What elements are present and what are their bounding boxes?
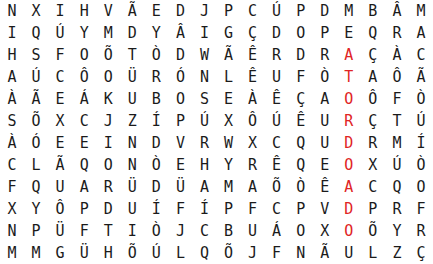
grid-cell-r10c4[interactable]: P [72, 198, 96, 220]
grid-cell-highlighted-r10c15[interactable]: D [337, 198, 361, 220]
grid-cell-r11c1[interactable]: N [0, 220, 24, 242]
grid-cell-r5c5[interactable]: K [96, 88, 120, 110]
grid-cell-r6c13[interactable]: Ê [289, 110, 313, 132]
grid-cell-r10c6[interactable]: U [120, 198, 144, 220]
grid-cell-r5c12[interactable]: Ê [265, 88, 289, 110]
grid-cell-r1c11[interactable]: C [241, 0, 265, 22]
grid-cell-r5c18[interactable]: Ò [409, 88, 433, 110]
grid-cell-r2c18[interactable]: A [409, 22, 433, 44]
grid-cell-r9c18[interactable]: O [409, 176, 433, 198]
grid-cell-r11c7[interactable]: Ò [144, 220, 168, 242]
grid-cell-r8c8[interactable]: E [168, 154, 192, 176]
grid-cell-r8c4[interactable]: Q [72, 154, 96, 176]
grid-cell-r6c16[interactable]: Ç [361, 110, 385, 132]
grid-cell-r8c3[interactable]: Ã [48, 154, 72, 176]
grid-cell-r11c8[interactable]: J [168, 220, 192, 242]
grid-cell-r11c5[interactable]: T [96, 220, 120, 242]
grid-cell-r8c6[interactable]: N [120, 154, 144, 176]
grid-cell-r6c14[interactable]: U [313, 110, 337, 132]
grid-cell-r7c16[interactable]: R [361, 132, 385, 154]
grid-cell-r7c10[interactable]: W [216, 132, 240, 154]
grid-cell-r8c14[interactable]: E [313, 154, 337, 176]
grid-cell-r8c7[interactable]: Ò [144, 154, 168, 176]
grid-cell-r2c14[interactable]: P [313, 22, 337, 44]
grid-cell-r12c9[interactable]: Q [192, 242, 216, 264]
grid-cell-r9c7[interactable]: D [144, 176, 168, 198]
grid-cell-r8c17[interactable]: Ú [385, 154, 409, 176]
grid-cell-r2c8[interactable]: Â [168, 22, 192, 44]
grid-cell-r12c13[interactable]: N [289, 242, 313, 264]
grid-cell-r5c7[interactable]: B [144, 88, 168, 110]
grid-cell-r12c8[interactable]: L [168, 242, 192, 264]
grid-cell-r4c8[interactable]: Ó [168, 66, 192, 88]
grid-cell-r1c7[interactable]: E [144, 0, 168, 22]
grid-cell-r7c2[interactable]: Ó [24, 132, 48, 154]
grid-cell-r7c3[interactable]: E [48, 132, 72, 154]
grid-cell-r8c16[interactable]: X [361, 154, 385, 176]
grid-cell-r1c17[interactable]: Â [385, 0, 409, 22]
grid-cell-r1c6[interactable]: Ã [120, 0, 144, 22]
grid-cell-r4c17[interactable]: Ô [385, 66, 409, 88]
grid-cell-r11c10[interactable]: B [216, 220, 240, 242]
grid-cell-r7c6[interactable]: N [120, 132, 144, 154]
grid-cell-r12c14[interactable]: Ã [313, 242, 337, 264]
grid-cell-r9c16[interactable]: C [361, 176, 385, 198]
grid-cell-r2c5[interactable]: M [96, 22, 120, 44]
grid-cell-r4c13[interactable]: F [289, 66, 313, 88]
grid-cell-r1c2[interactable]: X [24, 0, 48, 22]
grid-cell-r3c2[interactable]: S [24, 44, 48, 66]
grid-cell-r9c9[interactable]: A [192, 176, 216, 198]
grid-cell-r1c15[interactable]: M [337, 0, 361, 22]
grid-cell-r8c5[interactable]: O [96, 154, 120, 176]
grid-cell-r11c2[interactable]: P [24, 220, 48, 242]
grid-cell-r3c17[interactable]: À [385, 44, 409, 66]
grid-cell-highlighted-r7c15[interactable]: D [337, 132, 361, 154]
grid-cell-r10c9[interactable]: Í [192, 198, 216, 220]
grid-cell-r3c12[interactable]: R [265, 44, 289, 66]
word-search-grid: NXIHVÃEDJPCÚPDMBÂMIQÚYMDYÂIGÇDOPEQRAHSFO… [0, 0, 433, 264]
grid-cell-r3c3[interactable]: F [48, 44, 72, 66]
grid-cell-r9c5[interactable]: R [96, 176, 120, 198]
grid-cell-r1c8[interactable]: D [168, 0, 192, 22]
grid-cell-r8c10[interactable]: Y [216, 154, 240, 176]
grid-cell-r11c11[interactable]: U [241, 220, 265, 242]
grid-cell-r10c3[interactable]: Ô [48, 198, 72, 220]
grid-cell-r12c4[interactable]: Ü [72, 242, 96, 264]
grid-cell-r6c5[interactable]: J [96, 110, 120, 132]
grid-cell-r4c3[interactable]: C [48, 66, 72, 88]
grid-cell-r4c16[interactable]: A [361, 66, 385, 88]
grid-cell-highlighted-r3c15[interactable]: A [337, 44, 361, 66]
grid-cell-r5c17[interactable]: F [385, 88, 409, 110]
grid-cell-r11c18[interactable]: R [409, 220, 433, 242]
grid-cell-r10c7[interactable]: Í [144, 198, 168, 220]
grid-cell-r6c9[interactable]: Ú [192, 110, 216, 132]
grid-cell-r1c13[interactable]: P [289, 0, 313, 22]
grid-cell-r2c7[interactable]: Y [144, 22, 168, 44]
grid-cell-r7c11[interactable]: X [241, 132, 265, 154]
grid-cell-r9c13[interactable]: Ò [289, 176, 313, 198]
grid-cell-r4c9[interactable]: N [192, 66, 216, 88]
grid-cell-r6c6[interactable]: Z [120, 110, 144, 132]
grid-cell-r1c3[interactable]: I [48, 0, 72, 22]
grid-cell-r8c18[interactable]: Ò [409, 154, 433, 176]
grid-cell-r2c3[interactable]: Ú [48, 22, 72, 44]
grid-cell-r5c4[interactable]: Á [72, 88, 96, 110]
grid-cell-highlighted-r8c15[interactable]: O [337, 154, 361, 176]
grid-cell-r10c1[interactable]: X [0, 198, 24, 220]
grid-cell-r7c8[interactable]: V [168, 132, 192, 154]
grid-cell-r3c8[interactable]: D [168, 44, 192, 66]
grid-cell-r12c1[interactable]: M [0, 242, 24, 264]
grid-cell-r11c3[interactable]: Ü [48, 220, 72, 242]
grid-cell-r2c16[interactable]: Q [361, 22, 385, 44]
grid-cell-r9c11[interactable]: A [241, 176, 265, 198]
grid-cell-r7c18[interactable]: Í [409, 132, 433, 154]
grid-cell-highlighted-r6c15[interactable]: R [337, 110, 361, 132]
grid-cell-r4c5[interactable]: O [96, 66, 120, 88]
grid-cell-r5c9[interactable]: S [192, 88, 216, 110]
grid-cell-r7c13[interactable]: Q [289, 132, 313, 154]
grid-cell-r11c16[interactable]: Õ [361, 220, 385, 242]
grid-cell-r6c4[interactable]: C [72, 110, 96, 132]
grid-cell-r6c2[interactable]: Õ [24, 110, 48, 132]
grid-cell-r11c12[interactable]: Á [265, 220, 289, 242]
grid-cell-r6c8[interactable]: P [168, 110, 192, 132]
grid-cell-r1c9[interactable]: J [192, 0, 216, 22]
grid-cell-r5c11[interactable]: À [241, 88, 265, 110]
grid-cell-r2c12[interactable]: D [265, 22, 289, 44]
grid-cell-r10c2[interactable]: Y [24, 198, 48, 220]
grid-cell-r6c3[interactable]: X [48, 110, 72, 132]
grid-cell-r6c1[interactable]: S [0, 110, 24, 132]
grid-cell-r7c4[interactable]: E [72, 132, 96, 154]
grid-cell-r3c5[interactable]: Õ [96, 44, 120, 66]
grid-cell-r5c16[interactable]: Ô [361, 88, 385, 110]
grid-cell-r3c18[interactable]: C [409, 44, 433, 66]
grid-cell-r10c8[interactable]: F [168, 198, 192, 220]
grid-cell-r1c14[interactable]: D [313, 0, 337, 22]
grid-cell-r2c9[interactable]: I [192, 22, 216, 44]
grid-cell-r11c14[interactable]: X [313, 220, 337, 242]
grid-cell-r1c10[interactable]: P [216, 0, 240, 22]
grid-cell-r4c12[interactable]: U [265, 66, 289, 88]
grid-cell-r5c8[interactable]: O [168, 88, 192, 110]
grid-cell-r8c11[interactable]: R [241, 154, 265, 176]
grid-cell-r4c4[interactable]: Ô [72, 66, 96, 88]
grid-cell-r9c2[interactable]: Q [24, 176, 48, 198]
grid-cell-r9c8[interactable]: Ü [168, 176, 192, 198]
grid-cell-r10c17[interactable]: R [385, 198, 409, 220]
grid-cell-r10c13[interactable]: P [289, 198, 313, 220]
grid-cell-r5c13[interactable]: Ç [289, 88, 313, 110]
grid-cell-r12c12[interactable]: F [265, 242, 289, 264]
grid-cell-r5c2[interactable]: Ã [24, 88, 48, 110]
grid-cell-r10c18[interactable]: F [409, 198, 433, 220]
grid-cell-r10c10[interactable]: P [216, 198, 240, 220]
grid-cell-r3c1[interactable]: H [0, 44, 24, 66]
grid-cell-r7c5[interactable]: I [96, 132, 120, 154]
grid-cell-r9c6[interactable]: Ü [120, 176, 144, 198]
grid-cell-r1c4[interactable]: H [72, 0, 96, 22]
grid-cell-r10c16[interactable]: P [361, 198, 385, 220]
grid-cell-highlighted-r4c15[interactable]: T [337, 66, 361, 88]
grid-cell-r12c7[interactable]: Ú [144, 242, 168, 264]
grid-cell-r10c14[interactable]: V [313, 198, 337, 220]
grid-cell-r3c16[interactable]: Ç [361, 44, 385, 66]
grid-cell-r7c14[interactable]: U [313, 132, 337, 154]
grid-cell-r11c9[interactable]: C [192, 220, 216, 242]
grid-cell-r8c2[interactable]: L [24, 154, 48, 176]
grid-cell-r3c7[interactable]: Ò [144, 44, 168, 66]
grid-cell-r6c10[interactable]: X [216, 110, 240, 132]
grid-cell-r8c9[interactable]: H [192, 154, 216, 176]
grid-cell-r7c17[interactable]: M [385, 132, 409, 154]
grid-cell-highlighted-r5c15[interactable]: O [337, 88, 361, 110]
grid-cell-r10c12[interactable]: C [265, 198, 289, 220]
grid-cell-r12c18[interactable]: Ç [409, 242, 433, 264]
grid-cell-r11c6[interactable]: I [120, 220, 144, 242]
grid-cell-r1c5[interactable]: V [96, 0, 120, 22]
grid-cell-r5c10[interactable]: E [216, 88, 240, 110]
grid-cell-r3c10[interactable]: Ã [216, 44, 240, 66]
grid-cell-r6c12[interactable]: Ú [265, 110, 289, 132]
grid-cell-r5c1[interactable]: À [0, 88, 24, 110]
grid-cell-r6c7[interactable]: Í [144, 110, 168, 132]
grid-cell-r8c13[interactable]: Q [289, 154, 313, 176]
grid-cell-r5c3[interactable]: E [48, 88, 72, 110]
grid-cell-r7c12[interactable]: C [265, 132, 289, 154]
grid-cell-r1c1[interactable]: N [0, 0, 24, 22]
grid-cell-r2c6[interactable]: D [120, 22, 144, 44]
grid-cell-r12c2[interactable]: M [24, 242, 48, 264]
grid-cell-r3c14[interactable]: R [313, 44, 337, 66]
grid-cell-r9c3[interactable]: U [48, 176, 72, 198]
grid-cell-r1c16[interactable]: B [361, 0, 385, 22]
grid-cell-r2c15[interactable]: E [337, 22, 361, 44]
grid-cell-r3c11[interactable]: Ê [241, 44, 265, 66]
grid-cell-r11c4[interactable]: F [72, 220, 96, 242]
grid-cell-r10c11[interactable]: F [241, 198, 265, 220]
grid-cell-r4c18[interactable]: Ã [409, 66, 433, 88]
grid-cell-r4c6[interactable]: Ü [120, 66, 144, 88]
grid-cell-r12c11[interactable]: J [241, 242, 265, 264]
grid-cell-r10c5[interactable]: D [96, 198, 120, 220]
grid-cell-r4c11[interactable]: Ê [241, 66, 265, 88]
grid-cell-r8c12[interactable]: Ê [265, 154, 289, 176]
grid-cell-r6c11[interactable]: Ô [241, 110, 265, 132]
grid-cell-r3c9[interactable]: W [192, 44, 216, 66]
grid-cell-r2c2[interactable]: Q [24, 22, 48, 44]
grid-cell-r12c10[interactable]: Õ [216, 242, 240, 264]
grid-cell-r11c17[interactable]: Y [385, 220, 409, 242]
grid-cell-r8c1[interactable]: C [0, 154, 24, 176]
grid-cell-highlighted-r11c15[interactable]: O [337, 220, 361, 242]
grid-cell-r12c16[interactable]: L [361, 242, 385, 264]
grid-cell-r1c18[interactable]: M [409, 0, 433, 22]
grid-cell-r12c17[interactable]: Z [385, 242, 409, 264]
grid-cell-r9c17[interactable]: Q [385, 176, 409, 198]
grid-cell-r9c14[interactable]: Ê [313, 176, 337, 198]
grid-cell-r4c1[interactable]: A [0, 66, 24, 88]
grid-cell-r9c4[interactable]: A [72, 176, 96, 198]
grid-cell-r9c10[interactable]: M [216, 176, 240, 198]
grid-cell-r7c7[interactable]: D [144, 132, 168, 154]
grid-cell-r3c4[interactable]: O [72, 44, 96, 66]
grid-cell-r2c10[interactable]: G [216, 22, 240, 44]
grid-cell-r4c14[interactable]: Ò [313, 66, 337, 88]
grid-cell-r12c3[interactable]: G [48, 242, 72, 264]
grid-cell-r1c12[interactable]: Ú [265, 0, 289, 22]
grid-cell-r4c2[interactable]: Ú [24, 66, 48, 88]
grid-cell-r12c5[interactable]: H [96, 242, 120, 264]
grid-cell-r6c18[interactable]: Ú [409, 110, 433, 132]
grid-cell-r4c7[interactable]: R [144, 66, 168, 88]
grid-cell-r2c1[interactable]: I [0, 22, 24, 44]
grid-cell-r6c17[interactable]: T [385, 110, 409, 132]
grid-cell-r4c10[interactable]: L [216, 66, 240, 88]
grid-cell-r12c15[interactable]: U [337, 242, 361, 264]
grid-cell-r3c13[interactable]: D [289, 44, 313, 66]
grid-cell-r7c1[interactable]: À [0, 132, 24, 154]
grid-cell-r5c14[interactable]: A [313, 88, 337, 110]
grid-cell-r9c12[interactable]: Õ [265, 176, 289, 198]
grid-cell-r2c11[interactable]: Ç [241, 22, 265, 44]
grid-cell-highlighted-r9c15[interactable]: A [337, 176, 361, 198]
grid-cell-r3c6[interactable]: T [120, 44, 144, 66]
grid-cell-r7c9[interactable]: R [192, 132, 216, 154]
grid-cell-r2c17[interactable]: R [385, 22, 409, 44]
grid-cell-r5c6[interactable]: U [120, 88, 144, 110]
grid-cell-r9c1[interactable]: F [0, 176, 24, 198]
grid-cell-r11c13[interactable]: O [289, 220, 313, 242]
grid-cell-r2c4[interactable]: Y [72, 22, 96, 44]
grid-cell-r2c13[interactable]: O [289, 22, 313, 44]
grid-cell-r12c6[interactable]: Õ [120, 242, 144, 264]
